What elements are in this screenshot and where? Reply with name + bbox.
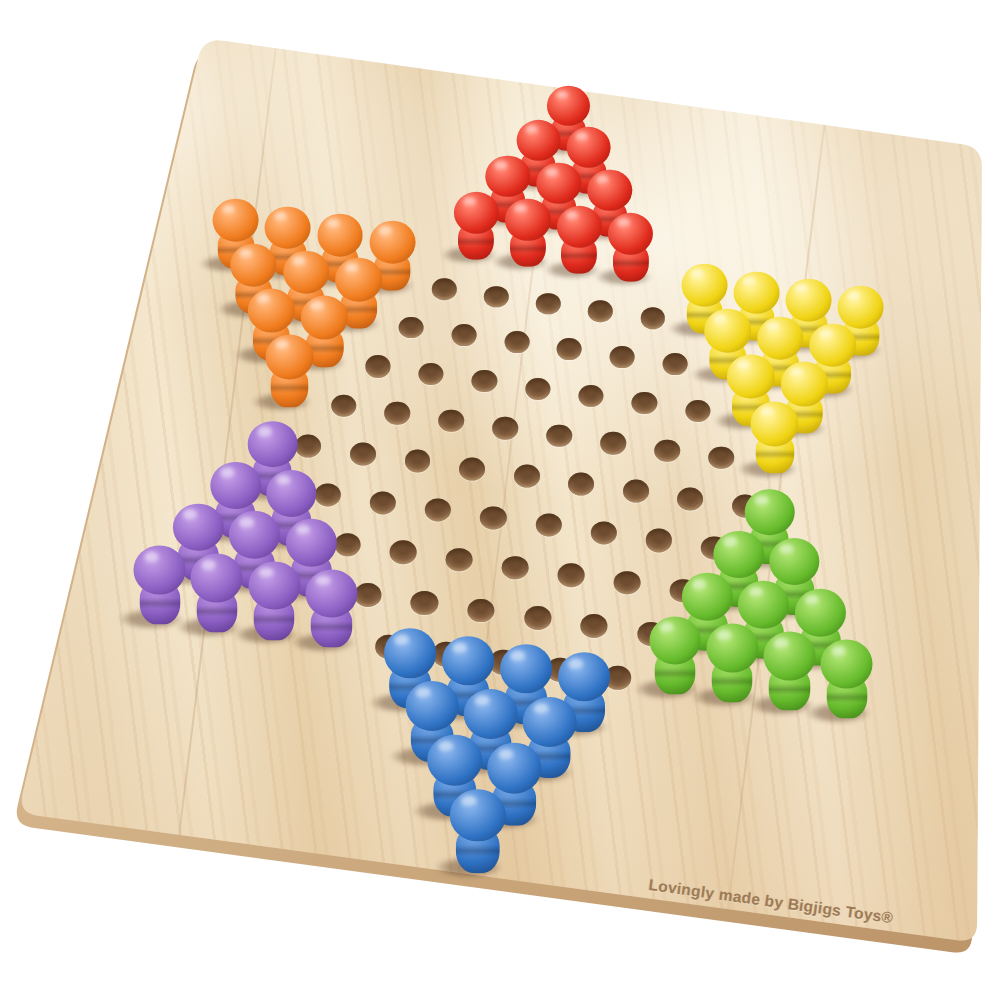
board-hole[interactable] (365, 355, 390, 377)
board-hole[interactable] (484, 286, 508, 307)
peg-red[interactable] (608, 213, 654, 282)
board-hole[interactable] (432, 279, 456, 300)
peg-head (266, 469, 316, 516)
peg-head (191, 554, 243, 602)
peg-head (464, 689, 518, 739)
peg-head (248, 421, 298, 467)
board-hole[interactable] (480, 506, 506, 529)
board-hole[interactable] (467, 599, 494, 623)
peg-purple[interactable] (305, 569, 358, 648)
board-hole[interactable] (654, 439, 680, 461)
peg-yellow[interactable] (750, 401, 799, 475)
board-hole[interactable] (524, 606, 551, 630)
peg-head (384, 629, 437, 678)
peg-head (248, 561, 300, 609)
board-hole[interactable] (558, 563, 585, 587)
peg-head (487, 743, 541, 794)
board-hole[interactable] (708, 447, 734, 469)
peg-head (173, 503, 224, 551)
peg-head (795, 589, 846, 637)
peg-head (810, 323, 857, 367)
board-hole[interactable] (525, 377, 550, 399)
peg-head (134, 546, 186, 594)
board-hole[interactable] (504, 331, 529, 353)
peg-head (781, 362, 828, 406)
board-hole[interactable] (419, 363, 444, 385)
board-hole[interactable] (600, 432, 626, 454)
peg-green[interactable] (763, 632, 816, 711)
board-hole[interactable] (536, 293, 560, 314)
peg-head (769, 538, 819, 585)
peg-orange[interactable] (265, 334, 314, 408)
peg-head (682, 573, 733, 621)
board-hole[interactable] (677, 487, 703, 510)
peg-head (442, 636, 495, 685)
peg-head (450, 789, 505, 841)
board-hole[interactable] (334, 533, 361, 557)
board-hole[interactable] (502, 556, 529, 580)
board-hole[interactable] (614, 571, 641, 595)
peg-red[interactable] (556, 206, 602, 275)
peg-purple[interactable] (248, 561, 301, 640)
board-hole[interactable] (399, 317, 424, 339)
peg-green[interactable] (706, 624, 759, 703)
peg-head (505, 199, 550, 241)
peg-head (706, 624, 758, 672)
peg-head (523, 697, 577, 747)
peg-head (230, 243, 277, 287)
peg-head (745, 489, 795, 535)
peg-head (213, 199, 259, 242)
peg-head (286, 519, 337, 567)
board-hole[interactable] (390, 540, 417, 564)
board-hole[interactable] (331, 395, 357, 417)
peg-purple[interactable] (133, 546, 186, 625)
peg-head (558, 652, 611, 701)
peg-red[interactable] (453, 191, 499, 260)
board-hole[interactable] (535, 514, 561, 537)
board-hole[interactable] (591, 521, 617, 544)
board-hole[interactable] (385, 402, 411, 424)
peg-head (751, 401, 799, 446)
peg-head (821, 640, 873, 688)
peg-head (211, 462, 261, 509)
peg-head (266, 334, 314, 379)
board-hole[interactable] (370, 491, 396, 514)
peg-head (405, 681, 459, 731)
peg-head (682, 264, 728, 307)
peg-head (649, 616, 701, 664)
board-hole[interactable] (459, 457, 485, 480)
board-hole[interactable] (646, 529, 672, 552)
board-hole[interactable] (446, 548, 473, 572)
peg-head (608, 213, 653, 255)
peg-green[interactable] (648, 616, 701, 695)
board-hole[interactable] (685, 400, 710, 422)
board-hole[interactable] (350, 442, 376, 465)
board-hole[interactable] (452, 324, 477, 346)
peg-head (738, 581, 789, 629)
peg-head (838, 286, 884, 329)
board-hole[interactable] (581, 614, 608, 638)
peg-head (764, 632, 816, 680)
board-hole[interactable] (425, 499, 451, 522)
peg-head (714, 531, 764, 578)
board-hole[interactable] (578, 385, 603, 407)
board-hole[interactable] (546, 424, 572, 446)
board-hole[interactable] (623, 480, 649, 503)
board-hole[interactable] (472, 370, 497, 392)
peg-head (454, 191, 499, 233)
board-hole[interactable] (632, 392, 657, 414)
peg-head (248, 288, 295, 332)
peg-head (229, 511, 280, 559)
peg-purple[interactable] (190, 554, 243, 633)
peg-head (427, 735, 481, 786)
board-hole[interactable] (493, 417, 519, 439)
peg-head (305, 569, 357, 617)
board-hole[interactable] (315, 483, 341, 506)
board-hole[interactable] (557, 339, 582, 361)
board-cells-layer (0, 0, 1000, 1000)
peg-green[interactable] (820, 640, 873, 719)
board-hole[interactable] (568, 472, 594, 495)
board-hole[interactable] (439, 410, 465, 432)
peg-blue[interactable] (450, 789, 506, 874)
board-hole[interactable] (514, 465, 540, 488)
peg-head (727, 355, 774, 399)
peg-head (557, 206, 602, 248)
board-hole[interactable] (405, 450, 431, 473)
board-hole[interactable] (354, 583, 381, 607)
peg-head (734, 271, 780, 314)
board-hole[interactable] (411, 591, 438, 615)
board-hole[interactable] (662, 353, 687, 375)
board-hole[interactable] (610, 346, 635, 368)
peg-head (786, 278, 832, 321)
photo-scene: Lovingly made by Bigjigs Toys® (0, 0, 1000, 1000)
peg-head (757, 316, 804, 360)
peg-red[interactable] (505, 199, 551, 268)
board-hole[interactable] (640, 308, 664, 329)
peg-head (704, 309, 751, 353)
board-hole[interactable] (588, 300, 612, 321)
board-hole[interactable] (295, 435, 321, 458)
peg-head (500, 644, 553, 693)
